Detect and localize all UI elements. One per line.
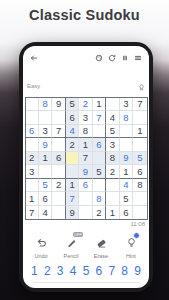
cell-r3c1[interactable]: 6: [26, 125, 39, 138]
difficulty-label: Easy: [27, 83, 40, 89]
cell-r8c9[interactable]: [133, 192, 146, 205]
store-screenshot-card: Classic Sudoku: [0, 0, 169, 300]
number-pad: 1 2 3 4 5 6 7 8 9: [23, 264, 149, 278]
palette-icon[interactable]: [95, 54, 103, 62]
cell-r9c7[interactable]: 1: [106, 206, 119, 219]
cell-r4c3[interactable]: [52, 138, 65, 151]
page-title: Classic Sudoku: [0, 0, 169, 23]
back-arrow-icon[interactable]: [30, 54, 38, 62]
cell-r3c7[interactable]: 5: [106, 125, 119, 138]
cell-r9c3[interactable]: [52, 206, 65, 219]
cell-r5c7[interactable]: 8: [106, 152, 119, 165]
cell-r2c7[interactable]: 4: [106, 111, 119, 124]
nav-right-icons: [95, 54, 142, 62]
cell-r6c9[interactable]: 6: [133, 165, 146, 178]
phone-screen: Easy 89521376374863748519216321678953952…: [23, 46, 149, 288]
numpad-divider: [32, 282, 140, 283]
pencil-label: Pencil: [64, 253, 79, 259]
cell-r2c5[interactable]: 3: [79, 111, 92, 124]
cell-r8c6[interactable]: 8: [93, 192, 106, 205]
cell-r8c4[interactable]: 7: [66, 192, 79, 205]
pencil-button[interactable]: OFF Pencil: [58, 234, 84, 259]
cell-r3c2[interactable]: 3: [39, 125, 52, 138]
cell-r9c6[interactable]: 2: [93, 206, 106, 219]
cell-r7c6[interactable]: [93, 179, 106, 192]
cell-r3c6[interactable]: [93, 125, 106, 138]
cell-r6c8[interactable]: 1: [120, 165, 133, 178]
cell-r9c1[interactable]: 7: [26, 206, 39, 219]
cell-r7c5[interactable]: 6: [79, 179, 92, 192]
cell-r4c1[interactable]: [26, 138, 39, 151]
cell-r9c5[interactable]: [79, 206, 92, 219]
erase-label: Erase: [94, 253, 108, 259]
cell-r1c8[interactable]: 3: [120, 98, 133, 111]
cell-r6c6[interactable]: 5: [93, 165, 106, 178]
trophy-icon[interactable]: [138, 77, 145, 95]
hint-badge: [133, 232, 140, 239]
cell-r5c1[interactable]: 2: [26, 152, 39, 165]
cell-r3c5[interactable]: 8: [79, 125, 92, 138]
hint-label: Hint: [126, 253, 136, 259]
undo-icon: [36, 234, 47, 252]
cell-r9c2[interactable]: 4: [39, 206, 52, 219]
numpad-3[interactable]: 3: [57, 264, 64, 278]
cell-r3c8[interactable]: [120, 125, 133, 138]
cell-r2c3[interactable]: [52, 111, 65, 124]
cell-r8c3[interactable]: [52, 192, 65, 205]
cell-r8c8[interactable]: 5: [120, 192, 133, 205]
cell-r5c2[interactable]: 1: [39, 152, 52, 165]
cell-r1c9[interactable]: 7: [133, 98, 146, 111]
cell-r4c6[interactable]: 6: [93, 138, 106, 151]
cell-r9c4[interactable]: 9: [66, 206, 79, 219]
cell-r6c7[interactable]: 2: [106, 165, 119, 178]
menu-icon[interactable]: [134, 54, 142, 62]
cell-r2c1[interactable]: [26, 111, 39, 124]
cell-r8c7[interactable]: [106, 192, 119, 205]
cell-r7c1[interactable]: [26, 179, 39, 192]
cell-r4c9[interactable]: [133, 138, 146, 151]
eraser-icon: [96, 234, 107, 252]
numpad-6[interactable]: 6: [96, 264, 103, 278]
cell-r8c5[interactable]: [79, 192, 92, 205]
cell-r7c7[interactable]: [106, 179, 119, 192]
numpad-7[interactable]: 7: [108, 264, 115, 278]
cell-r5c4[interactable]: [66, 152, 79, 165]
cell-r9c8[interactable]: 6: [120, 206, 133, 219]
cell-r4c2[interactable]: 9: [39, 138, 52, 151]
numpad-4[interactable]: 4: [70, 264, 77, 278]
cell-r1c1[interactable]: [26, 98, 39, 111]
cell-r1c5[interactable]: 2: [79, 98, 92, 111]
cell-r8c1[interactable]: 1: [26, 192, 39, 205]
cell-r1c3[interactable]: 9: [52, 98, 65, 111]
cell-r5c5[interactable]: 7: [79, 152, 92, 165]
cell-r5c3[interactable]: 6: [52, 152, 65, 165]
restart-icon[interactable]: [108, 54, 116, 62]
cell-r1c7[interactable]: [106, 98, 119, 111]
cell-r3c4[interactable]: 4: [66, 125, 79, 138]
pencil-badge: OFF: [73, 232, 83, 237]
cell-r6c3[interactable]: [52, 165, 65, 178]
cell-r4c7[interactable]: 3: [106, 138, 119, 151]
cell-r6c5[interactable]: 9: [79, 165, 92, 178]
undo-label: Undo: [34, 253, 47, 259]
numpad-9[interactable]: 9: [134, 264, 141, 278]
numpad-8[interactable]: 8: [121, 264, 128, 278]
sudoku-board: 8952137637486374851921632167895395216521…: [25, 97, 148, 220]
cell-r3c9[interactable]: 1: [133, 125, 146, 138]
cell-r1c6[interactable]: 1: [93, 98, 106, 111]
cell-r7c9[interactable]: 8: [133, 179, 146, 192]
cell-r5c8[interactable]: 9: [120, 152, 133, 165]
phone-mockup: Easy 89521376374863748519216321678953952…: [19, 42, 153, 292]
cell-r2c2[interactable]: [39, 111, 52, 124]
cell-r7c2[interactable]: 5: [39, 179, 52, 192]
cell-r6c1[interactable]: 3: [26, 165, 39, 178]
pause-icon[interactable]: [121, 54, 129, 62]
cell-r3c3[interactable]: 7: [52, 125, 65, 138]
cell-r7c3[interactable]: 2: [52, 179, 65, 192]
cell-r8c2[interactable]: 6: [39, 192, 52, 205]
numpad-1[interactable]: 1: [31, 264, 38, 278]
cell-r9c9[interactable]: [133, 206, 146, 219]
cell-r5c6[interactable]: [93, 152, 106, 165]
cell-r2c8[interactable]: 8: [120, 111, 133, 124]
cell-r4c5[interactable]: 1: [79, 138, 92, 151]
cell-r6c4[interactable]: [66, 165, 79, 178]
cell-r1c4[interactable]: 5: [66, 98, 79, 111]
cell-r2c6[interactable]: 7: [93, 111, 106, 124]
erase-button[interactable]: Erase: [88, 234, 114, 259]
cell-r6c2[interactable]: [39, 165, 52, 178]
cell-r7c8[interactable]: 4: [120, 179, 133, 192]
timer: 11:08: [23, 221, 149, 227]
top-nav: [23, 46, 149, 65]
cell-r5c9[interactable]: 5: [133, 152, 146, 165]
numpad-5[interactable]: 5: [83, 264, 90, 278]
cell-r7c4[interactable]: 1: [66, 179, 79, 192]
cell-r2c9[interactable]: [133, 111, 146, 124]
cell-r4c8[interactable]: [120, 138, 133, 151]
cell-r4c4[interactable]: 2: [66, 138, 79, 151]
cell-r1c2[interactable]: 8: [39, 98, 52, 111]
hint-button[interactable]: Hint: [118, 234, 144, 259]
cell-r2c4[interactable]: 6: [66, 111, 79, 124]
status-row: Easy: [23, 77, 149, 95]
numpad-2[interactable]: 2: [44, 264, 51, 278]
toolbar: Undo OFF Pencil Erase: [23, 234, 149, 259]
undo-button[interactable]: Undo: [28, 234, 54, 259]
